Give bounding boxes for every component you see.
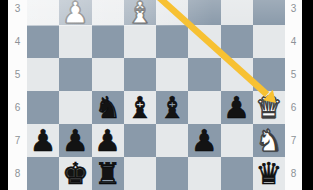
square-g5[interactable]: [59, 58, 91, 91]
black-king-piece[interactable]: ♚: [59, 157, 91, 190]
square-c8[interactable]: [188, 157, 220, 190]
black-bishop-piece[interactable]: ♝: [156, 91, 188, 124]
square-d6[interactable]: ♝: [156, 91, 188, 124]
square-c6[interactable]: [188, 91, 220, 124]
rank-label-left-7: 7: [8, 124, 27, 157]
square-h5[interactable]: [27, 58, 59, 91]
video-frame: 345678 345678 ♟♝♞♝♝♟♛♟♟♟♟♞♚♜♛: [0, 0, 313, 190]
square-g4[interactable]: [59, 25, 91, 58]
black-pawn-piece[interactable]: ♟: [221, 91, 253, 124]
rank-label-right-8: 8: [285, 157, 302, 190]
rank-label-right-4: 4: [285, 25, 302, 58]
square-c7[interactable]: ♟: [188, 124, 220, 157]
square-d8[interactable]: [156, 157, 188, 190]
square-a4[interactable]: [253, 25, 285, 58]
square-c4[interactable]: [188, 25, 220, 58]
square-h4[interactable]: [27, 25, 59, 58]
square-f7[interactable]: ♟: [92, 124, 124, 157]
square-h7[interactable]: ♟: [27, 124, 59, 157]
square-g7[interactable]: ♟: [59, 124, 91, 157]
white-queen-piece[interactable]: ♛: [253, 91, 285, 124]
black-pawn-piece[interactable]: ♟: [27, 124, 59, 157]
black-queen-piece[interactable]: ♛: [253, 157, 285, 190]
square-b5[interactable]: [221, 58, 253, 91]
black-bishop-piece[interactable]: ♝: [124, 91, 156, 124]
left-rank-labels: 345678: [8, 0, 27, 190]
square-f6[interactable]: ♞: [92, 91, 124, 124]
rank-label-right-3: 3: [285, 0, 302, 25]
square-h8[interactable]: [27, 157, 59, 190]
black-pawn-piece[interactable]: ♟: [188, 124, 220, 157]
rank-label-right-6: 6: [285, 91, 302, 124]
square-c5[interactable]: [188, 58, 220, 91]
black-rook-piece[interactable]: ♜: [92, 157, 124, 190]
black-pawn-piece[interactable]: ♟: [92, 124, 124, 157]
black-pawn-piece[interactable]: ♟: [59, 124, 91, 157]
square-c3[interactable]: [188, 0, 220, 25]
square-a5[interactable]: [253, 58, 285, 91]
square-a6[interactable]: ♛: [253, 91, 285, 124]
square-b3[interactable]: [221, 0, 253, 25]
square-f4[interactable]: [92, 25, 124, 58]
square-g3[interactable]: ♟: [59, 0, 91, 25]
square-b6[interactable]: ♟: [221, 91, 253, 124]
rank-label-left-4: 4: [8, 25, 27, 58]
rank-label-left-6: 6: [8, 91, 27, 124]
square-d5[interactable]: [156, 58, 188, 91]
rank-label-left-8: 8: [8, 157, 27, 190]
square-a3[interactable]: [253, 0, 285, 25]
square-e4[interactable]: [124, 25, 156, 58]
square-b8[interactable]: [221, 157, 253, 190]
square-e6[interactable]: ♝: [124, 91, 156, 124]
square-a8[interactable]: ♛: [253, 157, 285, 190]
rank-label-right-5: 5: [285, 58, 302, 91]
square-a7[interactable]: ♞: [253, 124, 285, 157]
square-e7[interactable]: [124, 124, 156, 157]
right-rank-labels: 345678: [285, 0, 302, 190]
white-knight-piece[interactable]: ♞: [253, 124, 285, 157]
square-g6[interactable]: [59, 91, 91, 124]
square-d4[interactable]: [156, 25, 188, 58]
square-f8[interactable]: ♜: [92, 157, 124, 190]
rank-label-right-7: 7: [285, 124, 302, 157]
square-e3[interactable]: ♝: [124, 0, 156, 25]
square-f3[interactable]: [92, 0, 124, 25]
square-h6[interactable]: [27, 91, 59, 124]
square-e8[interactable]: [124, 157, 156, 190]
black-knight-piece[interactable]: ♞: [92, 91, 124, 124]
rank-label-left-3: 3: [8, 0, 27, 25]
square-f5[interactable]: [92, 58, 124, 91]
chess-board: ♟♝♞♝♝♟♛♟♟♟♟♞♚♜♛: [27, 0, 285, 190]
square-d3[interactable]: [156, 0, 188, 25]
square-g8[interactable]: ♚: [59, 157, 91, 190]
square-d7[interactable]: [156, 124, 188, 157]
rank-label-left-5: 5: [8, 58, 27, 91]
square-b7[interactable]: [221, 124, 253, 157]
square-b4[interactable]: [221, 25, 253, 58]
square-e5[interactable]: [124, 58, 156, 91]
square-h3[interactable]: [27, 0, 59, 25]
